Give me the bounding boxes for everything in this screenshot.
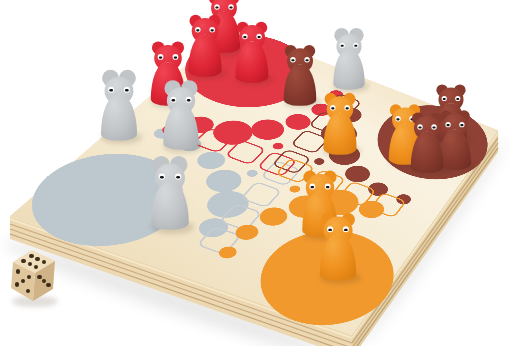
- eye-icon: [124, 87, 130, 93]
- ludo-scene: [0, 0, 510, 346]
- piece-mouse-gray-1[interactable]: [100, 74, 138, 141]
- mouse-body: [101, 95, 137, 141]
- eye-icon: [242, 34, 247, 39]
- eye-icon: [455, 96, 460, 101]
- mouse-body: [151, 183, 189, 231]
- die-pip-top: [21, 259, 26, 264]
- eye-icon: [210, 27, 216, 33]
- die-pip-front-right: [37, 275, 42, 280]
- piece-mouse-gray-2[interactable]: [162, 84, 200, 150]
- eye-icon: [290, 57, 295, 62]
- fox-body: [320, 235, 356, 281]
- eye-icon: [170, 97, 176, 103]
- mouse-body: [333, 50, 364, 90]
- eye-icon: [441, 96, 446, 101]
- eye-icon: [445, 121, 450, 126]
- fox-body: [189, 35, 222, 77]
- eye-icon: [330, 105, 336, 111]
- piece-fox-red-2[interactable]: [235, 22, 270, 83]
- eye-icon: [343, 226, 349, 232]
- eye-icon: [158, 54, 164, 60]
- eye-icon: [108, 87, 114, 93]
- fox-body: [323, 112, 356, 154]
- eye-icon: [396, 116, 401, 121]
- eye-icon: [432, 124, 437, 129]
- eye-icon: [325, 184, 331, 190]
- piece-fox-orange-3[interactable]: [322, 92, 357, 154]
- bear-body: [411, 132, 443, 173]
- piece-mouse-gray-4[interactable]: [332, 31, 366, 90]
- eye-icon: [344, 105, 350, 111]
- eye-icon: [327, 226, 333, 232]
- eye-icon: [418, 124, 423, 129]
- eye-icon: [214, 4, 219, 9]
- die-pip-front-left: [16, 269, 21, 274]
- mouse-body: [163, 105, 198, 150]
- eye-icon: [459, 121, 464, 126]
- eye-icon: [339, 43, 344, 48]
- bear-body: [284, 64, 317, 105]
- eye-icon: [173, 54, 179, 60]
- piece-bear-brown-3[interactable]: [410, 113, 445, 173]
- eye-icon: [310, 184, 316, 190]
- eye-icon: [353, 43, 358, 48]
- piece-mouse-gray-3[interactable]: [150, 160, 190, 230]
- eye-icon: [195, 27, 201, 33]
- fox-body: [236, 41, 269, 82]
- piece-fox-red-3[interactable]: [187, 15, 222, 77]
- piece-bear-brown-4[interactable]: [283, 45, 318, 106]
- eye-icon: [159, 174, 165, 180]
- piece-fox-orange-1[interactable]: [318, 213, 357, 281]
- die-pip-top: [29, 254, 34, 259]
- eye-icon: [256, 34, 261, 39]
- die-pip-front-left: [15, 282, 20, 287]
- eye-icon: [185, 97, 191, 103]
- eye-icon: [175, 174, 181, 180]
- die-pip-front-right: [46, 283, 51, 288]
- eye-icon: [228, 4, 233, 9]
- eye-icon: [304, 57, 309, 62]
